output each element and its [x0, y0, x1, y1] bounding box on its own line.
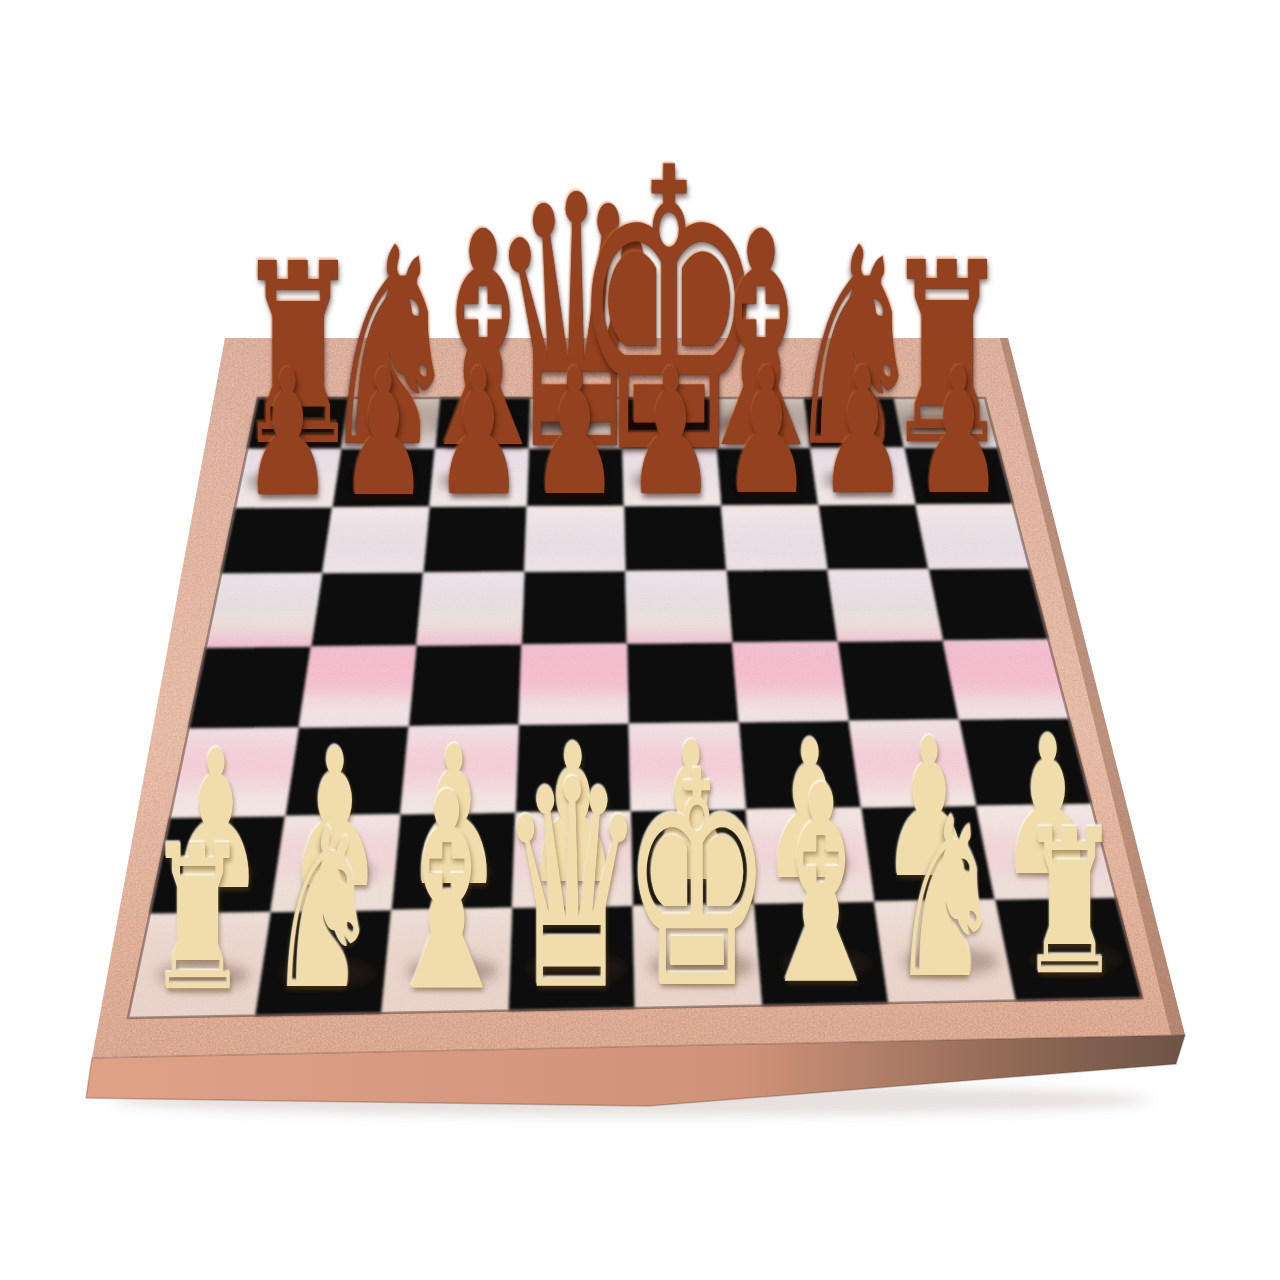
square-f5[interactable] [726, 570, 837, 643]
piece-black-pawn[interactable]: ♟ [531, 346, 620, 520]
square-b5[interactable] [311, 572, 423, 646]
square-d5[interactable] [522, 571, 627, 645]
square-c5[interactable] [416, 572, 524, 646]
piece-white-rook[interactable]: ♜ [1019, 803, 1121, 1003]
piece-white-bishop[interactable]: ♝ [378, 757, 517, 1030]
piece-white-knight[interactable]: ♞ [889, 789, 1001, 1009]
piece-white-rook[interactable]: ♜ [147, 820, 249, 1020]
square-a5[interactable] [206, 573, 323, 647]
chess-photo-scene: ♜♞♝♛♚♝♞♜♟♟♟♟♟♟♟♟♟♟♟♟♟♟♟♟♜♞♝♛♚♝♞♜ [0, 0, 1280, 1280]
piece-black-pawn[interactable]: ♟ [915, 344, 1004, 518]
square-e5[interactable] [625, 570, 732, 643]
piece-black-pawn[interactable]: ♟ [627, 345, 716, 519]
piece-white-king[interactable]: ♚ [621, 734, 772, 1030]
piece-black-pawn[interactable]: ♟ [435, 346, 524, 520]
piece-black-pawn[interactable]: ♟ [723, 345, 812, 519]
piece-white-knight[interactable]: ♞ [266, 801, 378, 1021]
square-h5[interactable] [929, 568, 1049, 640]
piece-black-pawn[interactable]: ♟ [243, 347, 332, 521]
square-g5[interactable] [827, 569, 943, 642]
piece-black-pawn[interactable]: ♟ [819, 345, 908, 519]
piece-black-pawn[interactable]: ♟ [339, 347, 428, 521]
piece-white-bishop[interactable]: ♝ [752, 750, 891, 1023]
